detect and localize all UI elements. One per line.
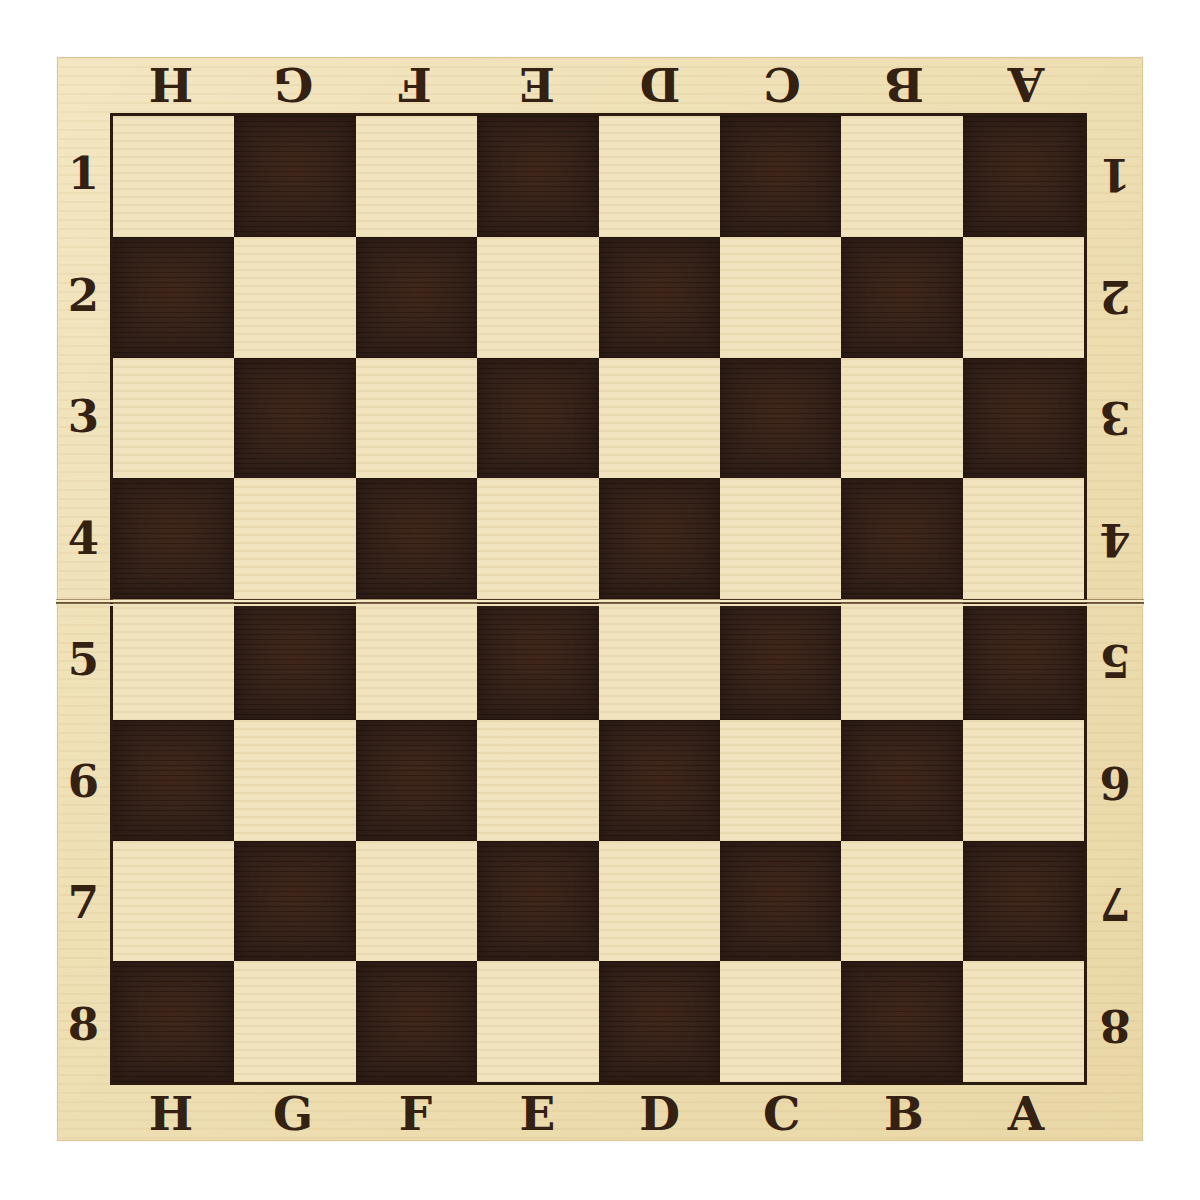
square-h1[interactable] xyxy=(113,116,234,237)
square-c1[interactable] xyxy=(720,116,841,237)
square-c7[interactable] xyxy=(720,841,841,962)
square-f8[interactable] xyxy=(356,961,477,1082)
square-g1[interactable] xyxy=(234,116,355,237)
file-label-bottom-h: H xyxy=(110,1085,232,1141)
square-c2[interactable] xyxy=(720,237,841,358)
file-label-top-e: E xyxy=(476,57,598,113)
file-label-top-h: H xyxy=(110,57,232,113)
square-c6[interactable] xyxy=(720,720,841,841)
square-f3[interactable] xyxy=(356,358,477,479)
square-e4[interactable] xyxy=(477,478,598,599)
fold-seam xyxy=(56,599,1144,606)
rank-label-right-7: 7 xyxy=(1087,842,1143,964)
square-b5[interactable] xyxy=(841,599,962,720)
rank-label-right-3: 3 xyxy=(1087,356,1143,478)
rank-label-right-6: 6 xyxy=(1087,721,1143,843)
product-photo: HGFEDCBA 12345678 12345678 HGFEDCBA xyxy=(0,0,1200,1200)
square-d1[interactable] xyxy=(599,116,720,237)
rank-label-right-5: 5 xyxy=(1087,599,1143,721)
file-labels-top: HGFEDCBA xyxy=(110,57,1087,113)
square-d2[interactable] xyxy=(599,237,720,358)
square-b8[interactable] xyxy=(841,961,962,1082)
square-h8[interactable] xyxy=(113,961,234,1082)
square-b3[interactable] xyxy=(841,358,962,479)
square-g3[interactable] xyxy=(234,358,355,479)
chessboard: HGFEDCBA 12345678 12345678 HGFEDCBA xyxy=(57,57,1143,1141)
square-e2[interactable] xyxy=(477,237,598,358)
square-b7[interactable] xyxy=(841,841,962,962)
square-h3[interactable] xyxy=(113,358,234,479)
file-label-bottom-f: F xyxy=(354,1085,476,1141)
file-label-top-a: A xyxy=(965,57,1087,113)
square-e1[interactable] xyxy=(477,116,598,237)
square-b6[interactable] xyxy=(841,720,962,841)
square-g8[interactable] xyxy=(234,961,355,1082)
square-e6[interactable] xyxy=(477,720,598,841)
file-label-bottom-c: C xyxy=(721,1085,843,1141)
square-c3[interactable] xyxy=(720,358,841,479)
square-g5[interactable] xyxy=(234,599,355,720)
square-f7[interactable] xyxy=(356,841,477,962)
square-h4[interactable] xyxy=(113,478,234,599)
square-e7[interactable] xyxy=(477,841,598,962)
square-g6[interactable] xyxy=(234,720,355,841)
rank-label-left-3: 3 xyxy=(57,356,110,478)
square-d5[interactable] xyxy=(599,599,720,720)
file-label-top-d: D xyxy=(599,57,721,113)
rank-label-left-7: 7 xyxy=(57,842,110,964)
square-b2[interactable] xyxy=(841,237,962,358)
square-a6[interactable] xyxy=(963,720,1084,841)
square-d4[interactable] xyxy=(599,478,720,599)
square-h5[interactable] xyxy=(113,599,234,720)
square-c5[interactable] xyxy=(720,599,841,720)
square-b4[interactable] xyxy=(841,478,962,599)
square-d6[interactable] xyxy=(599,720,720,841)
file-label-bottom-e: E xyxy=(476,1085,598,1141)
square-g7[interactable] xyxy=(234,841,355,962)
square-h7[interactable] xyxy=(113,841,234,962)
file-label-top-c: C xyxy=(721,57,843,113)
square-h2[interactable] xyxy=(113,237,234,358)
square-e8[interactable] xyxy=(477,961,598,1082)
square-f6[interactable] xyxy=(356,720,477,841)
square-c8[interactable] xyxy=(720,961,841,1082)
square-g4[interactable] xyxy=(234,478,355,599)
square-a7[interactable] xyxy=(963,841,1084,962)
rank-label-left-6: 6 xyxy=(57,721,110,843)
square-d8[interactable] xyxy=(599,961,720,1082)
square-d7[interactable] xyxy=(599,841,720,962)
square-f5[interactable] xyxy=(356,599,477,720)
file-label-bottom-d: D xyxy=(599,1085,721,1141)
square-g2[interactable] xyxy=(234,237,355,358)
square-d3[interactable] xyxy=(599,358,720,479)
square-e5[interactable] xyxy=(477,599,598,720)
square-c4[interactable] xyxy=(720,478,841,599)
rank-label-right-1: 1 xyxy=(1087,113,1143,235)
square-a1[interactable] xyxy=(963,116,1084,237)
rank-label-right-4: 4 xyxy=(1087,478,1143,600)
file-label-bottom-a: A xyxy=(965,1085,1087,1141)
file-label-top-g: G xyxy=(232,57,354,113)
square-a2[interactable] xyxy=(963,237,1084,358)
square-a4[interactable] xyxy=(963,478,1084,599)
rank-label-left-4: 4 xyxy=(57,478,110,600)
rank-label-left-1: 1 xyxy=(57,113,110,235)
square-e3[interactable] xyxy=(477,358,598,479)
square-f4[interactable] xyxy=(356,478,477,599)
square-f2[interactable] xyxy=(356,237,477,358)
file-label-top-f: F xyxy=(354,57,476,113)
rank-label-left-8: 8 xyxy=(57,964,110,1086)
file-label-bottom-g: G xyxy=(232,1085,354,1141)
square-f1[interactable] xyxy=(356,116,477,237)
square-b1[interactable] xyxy=(841,116,962,237)
square-a8[interactable] xyxy=(963,961,1084,1082)
square-a3[interactable] xyxy=(963,358,1084,479)
rank-label-left-2: 2 xyxy=(57,235,110,357)
rank-label-right-2: 2 xyxy=(1087,235,1143,357)
file-label-bottom-b: B xyxy=(843,1085,965,1141)
file-labels-bottom: HGFEDCBA xyxy=(110,1085,1087,1141)
square-h6[interactable] xyxy=(113,720,234,841)
square-a5[interactable] xyxy=(963,599,1084,720)
file-label-top-b: B xyxy=(843,57,965,113)
rank-label-left-5: 5 xyxy=(57,599,110,721)
rank-label-right-8: 8 xyxy=(1087,964,1143,1086)
